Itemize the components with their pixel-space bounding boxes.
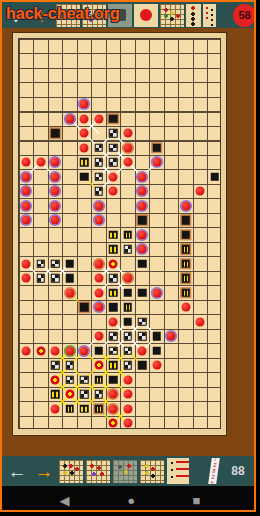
red-peg xyxy=(51,172,60,181)
red-peg xyxy=(152,158,161,167)
board-diagram-button[interactable] xyxy=(82,4,106,27)
black-peg xyxy=(95,158,104,167)
black-peg xyxy=(51,274,60,283)
red-peg xyxy=(36,346,45,355)
black-peg xyxy=(138,260,147,269)
red-stone-button[interactable] xyxy=(134,4,158,27)
black-peg xyxy=(124,303,133,312)
black-peg xyxy=(66,376,75,385)
black-peg xyxy=(80,303,89,312)
black-peg xyxy=(138,318,147,327)
black-peg xyxy=(66,405,75,414)
black-peg xyxy=(80,390,89,399)
black-peg xyxy=(138,216,147,225)
black-peg xyxy=(109,231,118,240)
red-peg xyxy=(196,187,205,196)
red-peg xyxy=(94,303,103,312)
red-peg xyxy=(51,158,60,167)
red-peg xyxy=(138,172,147,181)
black-peg xyxy=(95,390,104,399)
red-peg xyxy=(138,230,147,239)
black-peg xyxy=(95,347,104,356)
red-peg xyxy=(123,404,132,413)
gray-square-button[interactable] xyxy=(108,4,132,27)
red-peg xyxy=(181,201,190,210)
red-peg xyxy=(22,274,31,283)
black-peg xyxy=(109,129,118,138)
red-peg xyxy=(51,216,60,225)
red-peg xyxy=(51,375,60,384)
black-peg xyxy=(153,332,162,341)
red-peg xyxy=(167,332,176,341)
black-peg xyxy=(138,289,147,298)
red-peg xyxy=(22,158,31,167)
black-peg xyxy=(109,245,118,254)
upload-arrow-button[interactable]: ↑ xyxy=(30,4,54,27)
square-icon xyxy=(114,9,126,21)
red-peg xyxy=(138,346,147,355)
red-peg xyxy=(51,346,60,355)
red-peg xyxy=(94,288,103,297)
red-peg xyxy=(65,114,74,123)
position-thumb-2-button[interactable] xyxy=(86,460,110,483)
red-peg xyxy=(152,288,161,297)
red-peg xyxy=(123,143,132,152)
android-nav-bar: ◀ ● ■ xyxy=(2,486,256,512)
black-peg xyxy=(95,187,104,196)
black-peg xyxy=(182,216,191,225)
move-list-button[interactable] xyxy=(167,458,189,484)
top-toolbar: ↓ ↑ 58 xyxy=(2,2,256,28)
black-peg xyxy=(182,245,191,254)
red-peg xyxy=(65,288,74,297)
red-peg xyxy=(65,346,74,355)
black-peg xyxy=(124,361,133,370)
black-peg xyxy=(153,144,162,153)
download-arrow-button[interactable]: ↓ xyxy=(4,4,28,27)
black-peg xyxy=(109,361,118,370)
page-strip: /2825 xyxy=(208,458,220,484)
multicolor-board-button[interactable] xyxy=(160,4,184,27)
red-peg xyxy=(138,245,147,254)
red-peg xyxy=(138,201,147,210)
left-arrow-icon: ← xyxy=(8,462,27,481)
black-peg xyxy=(95,173,104,182)
red-peg xyxy=(51,187,60,196)
black-peg xyxy=(124,347,133,356)
black-peg xyxy=(109,274,118,283)
red-peg xyxy=(22,187,31,196)
red-peg xyxy=(65,390,74,399)
black-peg xyxy=(182,289,191,298)
black-peg xyxy=(51,260,60,269)
red-peg xyxy=(22,201,31,210)
next-move-button[interactable]: → xyxy=(32,460,56,483)
black-peg xyxy=(37,274,46,283)
back-icon[interactable]: ◀ xyxy=(60,494,70,507)
black-peg xyxy=(80,376,89,385)
black-peg xyxy=(138,332,147,341)
board-grid[interactable] xyxy=(18,38,221,429)
red-peg xyxy=(22,216,31,225)
black-peg xyxy=(138,361,147,370)
new-board-button[interactable] xyxy=(56,4,80,27)
up-arrow-icon: ↑ xyxy=(37,6,47,25)
main-area xyxy=(2,28,256,456)
red-peg xyxy=(94,259,103,268)
position-thumb-3-button[interactable] xyxy=(113,460,137,483)
red-peg xyxy=(94,114,103,123)
black-peg xyxy=(51,129,60,138)
red-peg xyxy=(22,259,31,268)
black-peg xyxy=(109,289,118,298)
red-peg xyxy=(109,317,118,326)
red-peg xyxy=(181,303,190,312)
red-peg xyxy=(123,375,132,384)
black-peg xyxy=(51,390,60,399)
game-board[interactable] xyxy=(12,32,227,436)
red-peg xyxy=(80,143,89,152)
move-badge[interactable]: 58 xyxy=(233,4,256,27)
red-peg xyxy=(94,274,103,283)
black-peg xyxy=(66,260,75,269)
red-peg xyxy=(94,332,103,341)
down-arrow-icon: ↓ xyxy=(11,6,21,25)
red-peg xyxy=(123,419,132,428)
dots-column-button[interactable] xyxy=(186,4,201,27)
home-icon[interactable]: ● xyxy=(127,494,135,507)
black-peg xyxy=(124,245,133,254)
black-peg xyxy=(124,289,133,298)
black-peg xyxy=(51,361,60,370)
black-peg xyxy=(124,318,133,327)
red-peg xyxy=(138,187,147,196)
bottom-toolbar: ← → /2825 88 xyxy=(2,456,256,486)
red-peg xyxy=(80,100,89,109)
red-peg xyxy=(123,129,132,138)
recents-icon[interactable]: ■ xyxy=(193,494,201,507)
red-peg xyxy=(36,158,45,167)
red-peg xyxy=(109,259,118,268)
black-peg xyxy=(124,332,133,341)
red-peg xyxy=(80,114,89,123)
red-peg xyxy=(123,274,132,283)
position-thumb-1-button[interactable] xyxy=(59,460,83,483)
black-peg xyxy=(109,144,118,153)
red-peg xyxy=(196,317,205,326)
red-peg xyxy=(22,346,31,355)
black-peg xyxy=(153,347,162,356)
red-peg xyxy=(123,158,132,167)
red-peg xyxy=(22,172,31,181)
bridge-links-layer xyxy=(19,39,222,430)
red-peg xyxy=(109,419,118,428)
black-peg xyxy=(80,405,89,414)
red-peg xyxy=(152,361,161,370)
move-counter: 88 xyxy=(221,464,255,478)
red-peg xyxy=(94,216,103,225)
black-peg xyxy=(37,260,46,269)
red-stone-icon xyxy=(140,9,152,21)
black-peg xyxy=(95,376,104,385)
black-peg xyxy=(109,158,118,167)
red-peg xyxy=(51,201,60,210)
red-peg xyxy=(80,346,89,355)
black-peg xyxy=(211,173,220,182)
black-peg xyxy=(95,144,104,153)
app-screen: hack-cheat.org ↓ ↑ 58 ← → /2825 88 ◀ xyxy=(0,0,256,512)
dots-two-columns-button[interactable] xyxy=(203,4,216,27)
black-peg xyxy=(124,231,133,240)
black-peg xyxy=(109,347,118,356)
red-peg xyxy=(109,172,118,181)
red-peg xyxy=(109,390,118,399)
black-peg xyxy=(182,231,191,240)
red-peg xyxy=(94,201,103,210)
black-peg xyxy=(80,158,89,167)
position-thumb-4-button[interactable] xyxy=(140,460,164,483)
red-peg xyxy=(123,390,132,399)
black-peg xyxy=(182,274,191,283)
red-peg xyxy=(51,404,60,413)
black-peg xyxy=(95,405,104,414)
red-peg xyxy=(80,129,89,138)
black-peg xyxy=(66,361,75,370)
black-peg xyxy=(66,274,75,283)
red-peg xyxy=(109,187,118,196)
red-peg xyxy=(94,361,103,370)
black-peg xyxy=(109,115,118,124)
red-peg xyxy=(109,404,118,413)
black-peg xyxy=(109,376,118,385)
prev-move-button[interactable]: ← xyxy=(5,460,29,483)
right-arrow-icon: → xyxy=(35,462,54,481)
black-peg xyxy=(109,303,118,312)
black-peg xyxy=(109,332,118,341)
black-peg xyxy=(182,260,191,269)
black-peg xyxy=(80,173,89,182)
